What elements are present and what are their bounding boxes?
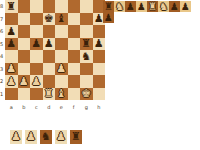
square-e5[interactable] [55,38,68,51]
square-e7[interactable]: ♝ [55,13,68,26]
top-tray-tile-black-pawn[interactable]: ♟ [125,1,136,12]
black-pawn[interactable]: ♟ [44,38,54,49]
square-f6[interactable] [68,25,81,38]
top-tray-tile-black-pawn[interactable]: ♟ [169,1,180,12]
white-pawn[interactable]: ♟ [19,76,29,87]
chess-board[interactable]: ♜♚♝♟♟♟♟♟♜♟♞♟♟♟♟♟♜♝♚ [5,0,105,100]
file-label-b: b [18,103,31,111]
square-a5[interactable]: ♟ [5,38,18,51]
white-pawn[interactable]: ♟ [6,63,16,74]
square-d5[interactable]: ♟ [43,38,56,51]
square-g1[interactable]: ♚ [80,88,93,101]
square-b3[interactable] [18,63,31,76]
top-tray-tile-black-pawn[interactable]: ♟ [103,12,114,23]
square-c4[interactable] [30,50,43,63]
top-tray-tile-black-pawn[interactable]: ♟ [136,1,147,12]
square-e8[interactable] [55,0,68,13]
top-tray-row-2: ♟ [103,12,191,23]
file-label-d: d [43,103,56,111]
square-d8[interactable] [43,0,56,13]
bottom-tray-tile-white-pawn[interactable]: ♟ [55,130,67,144]
square-g8[interactable] [80,0,93,13]
black-rook[interactable]: ♜ [81,38,91,49]
white-pawn: ♟ [11,131,21,143]
square-c6[interactable] [30,25,43,38]
top-tray-tile-white-knight[interactable]: ♞ [158,1,169,12]
white-knight: ♞ [159,2,168,12]
black-knight[interactable]: ♞ [81,51,91,62]
black-bishop[interactable]: ♝ [56,13,66,24]
top-tray-tile-black-pawn[interactable]: ♟ [180,1,191,12]
square-f3[interactable] [68,63,81,76]
captured-white-pieces-tray[interactable]: ♜♞♟♟♜♞♟♟♟ [103,1,191,23]
bottom-tray-tile-white-pawn[interactable]: ♟ [10,130,22,144]
square-a2[interactable]: ♟ [5,75,18,88]
square-a1[interactable] [5,88,18,101]
square-c8[interactable] [30,0,43,13]
square-e4[interactable] [55,50,68,63]
square-e3[interactable]: ♟ [55,63,68,76]
black-pawn[interactable]: ♟ [6,38,16,49]
square-g4[interactable]: ♞ [80,50,93,63]
square-b8[interactable] [18,0,31,13]
square-d2[interactable] [43,75,56,88]
square-a3[interactable]: ♟ [5,63,18,76]
file-label-e: e [55,103,68,111]
black-rook[interactable]: ♜ [6,1,16,12]
top-tray-tile-white-knight[interactable]: ♞ [114,1,125,12]
square-g5[interactable]: ♜ [80,38,93,51]
square-g2[interactable] [80,75,93,88]
square-h2[interactable] [93,75,106,88]
white-rook: ♜ [148,2,157,12]
square-c3[interactable] [30,63,43,76]
square-a8[interactable]: ♜ [5,0,18,13]
square-h6[interactable] [93,25,106,38]
square-a4[interactable] [5,50,18,63]
square-c5[interactable]: ♟ [30,38,43,51]
square-f1[interactable] [68,88,81,101]
bottom-tray-tile-white-pawn[interactable]: ♟ [25,130,37,144]
square-b2[interactable]: ♟ [18,75,31,88]
file-label-a: a [5,103,18,111]
file-label-c: c [30,103,43,111]
square-c1[interactable] [30,88,43,101]
square-e2[interactable] [55,75,68,88]
square-d4[interactable] [43,50,56,63]
square-d1[interactable]: ♜ [43,88,56,101]
square-h1[interactable] [93,88,106,101]
white-pawn: ♟ [56,131,66,143]
file-label-f: f [68,103,81,111]
square-a7[interactable] [5,13,18,26]
square-a6[interactable]: ♟ [5,25,18,38]
black-pawn[interactable]: ♟ [31,38,41,49]
square-h3[interactable] [93,63,106,76]
square-h5[interactable]: ♟ [93,38,106,51]
square-b5[interactable] [18,38,31,51]
square-c7[interactable] [30,13,43,26]
white-king[interactable]: ♚ [81,88,91,99]
square-d6[interactable] [43,25,56,38]
file-label-h: h [93,103,106,111]
black-pawn: ♟ [137,2,146,12]
top-tray-row-1: ♜♞♟♟♜♞♟♟ [103,1,191,12]
black-pawn: ♟ [126,2,135,12]
white-rook[interactable]: ♜ [44,88,54,99]
square-g6[interactable] [80,25,93,38]
square-f5[interactable] [68,38,81,51]
square-d7[interactable]: ♚ [43,13,56,26]
square-g3[interactable] [80,63,93,76]
square-c2[interactable]: ♟ [30,75,43,88]
black-rook: ♜ [104,2,113,12]
captured-black-pieces-tray[interactable]: ♟♟♞♟♜ [10,130,82,144]
white-knight: ♞ [115,2,124,12]
top-tray-tile-black-rook[interactable]: ♜ [103,1,114,12]
square-e6[interactable] [55,25,68,38]
top-tray-tile-white-rook[interactable]: ♜ [147,1,158,12]
black-pawn[interactable]: ♟ [6,26,16,37]
black-pawn: ♟ [170,2,179,12]
square-b6[interactable] [18,25,31,38]
black-pawn: ♟ [104,13,113,23]
square-e1[interactable]: ♝ [55,88,68,101]
square-d3[interactable] [43,63,56,76]
file-label-g: g [80,103,93,111]
square-g7[interactable] [80,13,93,26]
square-b7[interactable] [18,13,31,26]
black-knight: ♞ [41,131,51,143]
square-b4[interactable] [18,50,31,63]
file-labels: abcdefgh [5,103,105,111]
black-king[interactable]: ♚ [44,13,54,24]
bottom-tray-tile-black-knight[interactable]: ♞ [40,130,52,144]
white-pawn: ♟ [26,131,36,143]
square-f7[interactable] [68,13,81,26]
square-f2[interactable] [68,75,81,88]
black-pawn[interactable]: ♟ [94,38,104,49]
white-pawn[interactable]: ♟ [56,63,66,74]
white-pawn[interactable]: ♟ [6,76,16,87]
square-f8[interactable] [68,0,81,13]
square-h4[interactable] [93,50,106,63]
white-bishop[interactable]: ♝ [56,88,66,99]
black-pawn: ♟ [181,2,190,12]
white-pawn[interactable]: ♟ [31,76,41,87]
black-rook: ♜ [71,131,81,143]
square-b1[interactable] [18,88,31,101]
bottom-tray-tile-black-rook[interactable]: ♜ [70,130,82,144]
square-f4[interactable] [68,50,81,63]
